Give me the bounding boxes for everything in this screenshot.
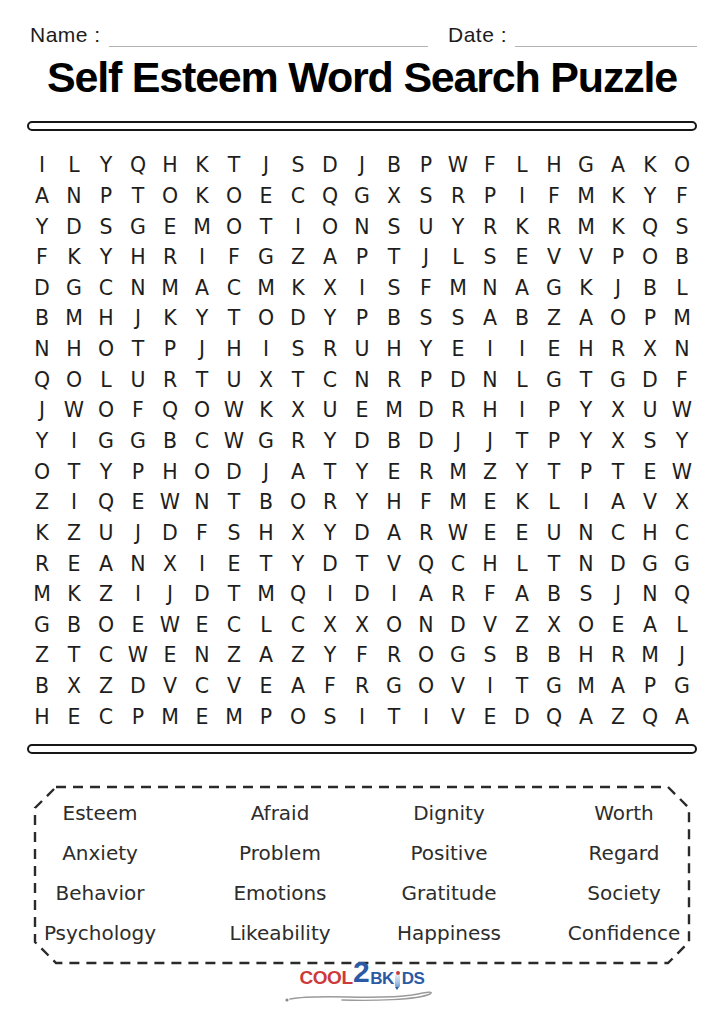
grid-cell[interactable]: Y [442,211,474,242]
grid-cell[interactable]: C [282,609,314,640]
grid-cell[interactable]: G [666,671,698,702]
grid-cell[interactable]: B [250,487,282,518]
grid-cell[interactable]: I [506,334,538,365]
grid-cell[interactable]: S [442,303,474,334]
grid-cell[interactable]: J [346,150,378,181]
grid-cell[interactable]: G [58,273,90,304]
grid-cell[interactable]: O [218,211,250,242]
grid-cell[interactable]: S [314,701,346,732]
grid-cell[interactable]: T [346,548,378,579]
grid-cell[interactable]: Y [314,303,346,334]
grid-cell[interactable]: N [26,334,58,365]
grid-cell[interactable]: Y [410,334,442,365]
grid-cell[interactable]: D [442,609,474,640]
grid-cell[interactable]: Q [666,579,698,610]
grid-cell[interactable]: P [538,395,570,426]
grid-cell[interactable]: U [90,518,122,549]
grid-cell[interactable]: A [378,518,410,549]
grid-cell[interactable]: M [218,701,250,732]
grid-cell[interactable]: Y [314,640,346,671]
grid-cell[interactable]: R [602,334,634,365]
grid-cell[interactable]: E [474,487,506,518]
grid-cell[interactable]: N [346,364,378,395]
grid-cell[interactable]: B [26,303,58,334]
grid-cell[interactable]: D [410,395,442,426]
grid-cell[interactable]: X [154,548,186,579]
grid-cell[interactable]: I [378,579,410,610]
grid-cell[interactable]: J [26,395,58,426]
grid-cell[interactable]: O [186,456,218,487]
grid-cell[interactable]: O [282,701,314,732]
grid-cell[interactable]: S [282,150,314,181]
grid-cell[interactable]: V [570,242,602,273]
grid-cell[interactable]: E [186,701,218,732]
grid-cell[interactable]: H [378,334,410,365]
grid-cell[interactable]: Z [26,640,58,671]
grid-cell[interactable]: L [666,273,698,304]
grid-cell[interactable]: T [218,303,250,334]
grid-cell[interactable]: R [314,487,346,518]
grid-cell[interactable]: G [90,426,122,457]
grid-cell[interactable]: J [122,303,154,334]
grid-cell[interactable]: Z [602,701,634,732]
grid-cell[interactable]: M [26,579,58,610]
grid-cell[interactable]: I [474,671,506,702]
grid-cell[interactable]: P [122,701,154,732]
grid-cell[interactable]: C [186,426,218,457]
grid-cell[interactable]: P [634,303,666,334]
grid-cell[interactable]: R [442,181,474,212]
grid-cell[interactable]: Q [282,579,314,610]
grid-cell[interactable]: I [474,334,506,365]
grid-cell[interactable]: S [474,242,506,273]
grid-cell[interactable]: G [346,181,378,212]
grid-cell[interactable]: P [602,242,634,273]
grid-cell[interactable]: F [474,579,506,610]
grid-cell[interactable]: K [602,181,634,212]
grid-cell[interactable]: D [314,548,346,579]
grid-cell[interactable]: H [122,242,154,273]
grid-cell[interactable]: R [314,334,346,365]
grid-cell[interactable]: U [538,518,570,549]
grid-cell[interactable]: V [154,671,186,702]
grid-cell[interactable]: T [538,456,570,487]
grid-cell[interactable]: R [410,456,442,487]
grid-cell[interactable]: T [218,150,250,181]
grid-cell[interactable]: L [666,609,698,640]
grid-cell[interactable]: A [570,701,602,732]
grid-cell[interactable]: N [666,334,698,365]
grid-cell[interactable]: G [538,273,570,304]
grid-cell[interactable]: A [570,303,602,334]
grid-cell[interactable]: O [634,242,666,273]
grid-cell[interactable]: H [634,518,666,549]
grid-cell[interactable]: G [250,426,282,457]
grid-cell[interactable]: V [218,671,250,702]
grid-cell[interactable]: L [506,364,538,395]
grid-cell[interactable]: O [378,609,410,640]
grid-cell[interactable]: Z [538,303,570,334]
grid-cell[interactable]: D [602,548,634,579]
grid-cell[interactable]: R [26,548,58,579]
grid-cell[interactable]: D [346,579,378,610]
grid-cell[interactable]: U [346,334,378,365]
grid-cell[interactable]: C [186,671,218,702]
grid-cell[interactable]: C [218,273,250,304]
grid-cell[interactable]: O [410,671,442,702]
grid-cell[interactable]: I [26,150,58,181]
grid-cell[interactable]: R [346,671,378,702]
grid-cell[interactable]: T [122,334,154,365]
grid-cell[interactable]: J [410,242,442,273]
grid-cell[interactable]: Y [186,303,218,334]
grid-cell[interactable]: H [58,334,90,365]
grid-cell[interactable]: H [538,150,570,181]
grid-cell[interactable]: R [602,640,634,671]
grid-cell[interactable]: X [314,609,346,640]
grid-cell[interactable]: G [666,548,698,579]
grid-cell[interactable]: Q [410,548,442,579]
grid-cell[interactable]: W [442,150,474,181]
grid-cell[interactable]: R [154,242,186,273]
grid-cell[interactable]: U [122,364,154,395]
grid-cell[interactable]: K [506,487,538,518]
grid-cell[interactable]: D [58,211,90,242]
grid-cell[interactable]: H [90,303,122,334]
grid-cell[interactable]: M [154,273,186,304]
grid-cell[interactable]: B [634,273,666,304]
grid-cell[interactable]: T [378,242,410,273]
grid-cell[interactable]: X [602,395,634,426]
grid-cell[interactable]: G [442,640,474,671]
grid-cell[interactable]: E [154,211,186,242]
grid-cell[interactable]: Y [666,426,698,457]
grid-cell[interactable]: B [378,426,410,457]
grid-cell[interactable]: S [474,640,506,671]
grid-cell[interactable]: H [570,640,602,671]
grid-cell[interactable]: Z [90,579,122,610]
grid-cell[interactable]: M [154,701,186,732]
grid-cell[interactable]: S [410,181,442,212]
grid-cell[interactable]: Y [90,150,122,181]
grid-cell[interactable]: F [666,181,698,212]
grid-cell[interactable]: K [26,518,58,549]
grid-cell[interactable]: I [346,273,378,304]
grid-cell[interactable]: Z [90,671,122,702]
grid-cell[interactable]: H [26,701,58,732]
grid-cell[interactable]: F [122,395,154,426]
grid-cell[interactable]: R [410,518,442,549]
grid-cell[interactable]: S [90,211,122,242]
grid-cell[interactable]: N [122,273,154,304]
grid-cell[interactable]: K [186,181,218,212]
grid-cell[interactable]: G [122,211,154,242]
grid-cell[interactable]: Y [506,456,538,487]
grid-cell[interactable]: B [538,579,570,610]
grid-cell[interactable]: E [634,456,666,487]
grid-cell[interactable]: K [602,211,634,242]
grid-cell[interactable]: G [122,426,154,457]
grid-cell[interactable]: P [410,364,442,395]
grid-cell[interactable]: M [570,671,602,702]
grid-cell[interactable]: D [26,273,58,304]
grid-cell[interactable]: T [218,487,250,518]
grid-cell[interactable]: D [506,701,538,732]
grid-cell[interactable]: K [58,242,90,273]
grid-cell[interactable]: B [378,150,410,181]
grid-cell[interactable]: T [58,456,90,487]
grid-cell[interactable]: R [474,211,506,242]
grid-cell[interactable]: M [442,273,474,304]
grid-cell[interactable]: O [410,640,442,671]
grid-cell[interactable]: X [282,518,314,549]
grid-cell[interactable]: H [218,334,250,365]
grid-cell[interactable]: X [634,334,666,365]
grid-cell[interactable]: Z [218,640,250,671]
grid-cell[interactable]: Z [282,640,314,671]
grid-cell[interactable]: Y [282,548,314,579]
grid-cell[interactable]: G [538,671,570,702]
grid-cell[interactable]: V [442,701,474,732]
grid-cell[interactable]: H [474,395,506,426]
grid-cell[interactable]: H [474,548,506,579]
grid-cell[interactable]: I [186,548,218,579]
grid-cell[interactable]: R [378,364,410,395]
grid-cell[interactable]: X [602,426,634,457]
grid-cell[interactable]: P [634,671,666,702]
grid-cell[interactable]: V [538,242,570,273]
grid-cell[interactable]: Y [26,211,58,242]
grid-cell[interactable]: E [602,609,634,640]
grid-cell[interactable]: E [442,334,474,365]
grid-cell[interactable]: L [538,487,570,518]
grid-cell[interactable]: A [250,640,282,671]
grid-cell[interactable]: W [666,456,698,487]
grid-cell[interactable]: A [186,273,218,304]
grid-cell[interactable]: U [218,364,250,395]
grid-cell[interactable]: G [26,609,58,640]
grid-cell[interactable]: P [346,242,378,273]
grid-cell[interactable]: P [122,456,154,487]
grid-cell[interactable]: K [506,211,538,242]
grid-cell[interactable]: H [378,487,410,518]
grid-cell[interactable]: X [346,609,378,640]
grid-cell[interactable]: P [410,150,442,181]
grid-cell[interactable]: T [570,364,602,395]
grid-cell[interactable]: D [314,150,346,181]
grid-cell[interactable]: C [666,518,698,549]
grid-cell[interactable]: E [58,701,90,732]
grid-cell[interactable]: K [58,579,90,610]
grid-cell[interactable]: C [282,181,314,212]
grid-cell[interactable]: K [186,150,218,181]
grid-cell[interactable]: E [154,640,186,671]
grid-cell[interactable]: Z [506,609,538,640]
grid-cell[interactable]: C [442,548,474,579]
grid-cell[interactable]: D [282,303,314,334]
grid-cell[interactable]: O [666,150,698,181]
grid-cell[interactable]: N [346,211,378,242]
grid-cell[interactable]: E [506,242,538,273]
grid-cell[interactable]: E [474,518,506,549]
grid-cell[interactable]: B [154,426,186,457]
grid-cell[interactable]: K [570,273,602,304]
grid-cell[interactable]: J [602,579,634,610]
grid-cell[interactable]: C [218,609,250,640]
grid-cell[interactable]: I [122,579,154,610]
grid-cell[interactable]: X [58,671,90,702]
grid-cell[interactable]: O [602,303,634,334]
grid-cell[interactable]: M [378,395,410,426]
grid-cell[interactable]: Q [314,181,346,212]
grid-cell[interactable]: O [90,334,122,365]
grid-cell[interactable]: Y [90,242,122,273]
grid-cell[interactable]: F [474,150,506,181]
grid-cell[interactable]: S [570,579,602,610]
grid-cell[interactable]: P [154,334,186,365]
grid-cell[interactable]: T [314,456,346,487]
grid-cell[interactable]: B [666,242,698,273]
grid-cell[interactable]: Z [26,487,58,518]
grid-cell[interactable]: A [602,487,634,518]
grid-cell[interactable]: A [410,579,442,610]
grid-cell[interactable]: T [186,364,218,395]
grid-cell[interactable]: E [346,395,378,426]
name-write-line[interactable] [109,22,428,47]
date-write-line[interactable] [515,22,697,47]
grid-cell[interactable]: T [250,211,282,242]
grid-cell[interactable]: M [634,640,666,671]
grid-cell[interactable]: O [58,364,90,395]
grid-cell[interactable]: V [474,609,506,640]
grid-cell[interactable]: Q [90,487,122,518]
grid-cell[interactable]: Y [634,181,666,212]
grid-cell[interactable]: C [314,364,346,395]
grid-cell[interactable]: N [570,548,602,579]
grid-cell[interactable]: I [506,395,538,426]
grid-cell[interactable]: Q [634,701,666,732]
grid-cell[interactable]: R [154,364,186,395]
grid-cell[interactable]: N [58,181,90,212]
grid-cell[interactable]: S [378,211,410,242]
grid-cell[interactable]: S [218,518,250,549]
grid-cell[interactable]: E [250,181,282,212]
grid-cell[interactable]: J [250,150,282,181]
grid-cell[interactable]: G [250,242,282,273]
grid-cell[interactable]: L [250,609,282,640]
grid-cell[interactable]: F [538,181,570,212]
grid-cell[interactable]: I [570,487,602,518]
grid-cell[interactable]: J [602,273,634,304]
grid-cell[interactable]: C [602,518,634,549]
grid-cell[interactable]: D [410,426,442,457]
grid-cell[interactable]: D [634,364,666,395]
grid-cell[interactable]: N [634,579,666,610]
grid-cell[interactable]: D [218,456,250,487]
grid-cell[interactable]: N [570,518,602,549]
grid-cell[interactable]: G [602,364,634,395]
grid-cell[interactable]: A [282,456,314,487]
grid-cell[interactable]: F [410,487,442,518]
grid-cell[interactable]: M [58,303,90,334]
grid-cell[interactable]: D [346,518,378,549]
grid-cell[interactable]: P [346,303,378,334]
grid-cell[interactable]: M [186,211,218,242]
grid-cell[interactable]: G [634,548,666,579]
grid-cell[interactable]: A [506,273,538,304]
grid-cell[interactable]: L [90,364,122,395]
grid-cell[interactable]: O [218,181,250,212]
grid-cell[interactable]: F [666,364,698,395]
grid-cell[interactable]: F [186,518,218,549]
grid-cell[interactable]: P [90,181,122,212]
grid-cell[interactable]: B [26,671,58,702]
grid-cell[interactable]: Y [90,456,122,487]
grid-cell[interactable]: I [410,701,442,732]
grid-cell[interactable]: A [506,579,538,610]
grid-cell[interactable]: T [378,701,410,732]
grid-cell[interactable]: W [122,640,154,671]
grid-cell[interactable]: V [634,487,666,518]
grid-cell[interactable]: N [474,273,506,304]
grid-cell[interactable]: A [26,181,58,212]
grid-cell[interactable]: I [58,487,90,518]
grid-cell[interactable]: T [122,181,154,212]
grid-cell[interactable]: K [634,150,666,181]
grid-cell[interactable]: K [154,303,186,334]
grid-cell[interactable]: A [634,609,666,640]
grid-cell[interactable]: D [186,579,218,610]
grid-cell[interactable]: B [378,303,410,334]
grid-cell[interactable]: I [58,426,90,457]
grid-cell[interactable]: M [442,456,474,487]
grid-cell[interactable]: A [602,150,634,181]
grid-cell[interactable]: Y [570,395,602,426]
grid-cell[interactable]: L [506,150,538,181]
grid-cell[interactable]: T [58,640,90,671]
grid-cell[interactable]: R [538,211,570,242]
grid-cell[interactable]: S [666,211,698,242]
grid-cell[interactable]: S [378,273,410,304]
grid-cell[interactable]: P [570,456,602,487]
grid-cell[interactable]: A [666,701,698,732]
grid-cell[interactable]: O [570,609,602,640]
grid-cell[interactable]: Z [58,518,90,549]
grid-cell[interactable]: I [186,242,218,273]
grid-cell[interactable]: B [538,640,570,671]
grid-cell[interactable]: A [314,242,346,273]
grid-cell[interactable]: T [602,456,634,487]
grid-cell[interactable]: W [58,395,90,426]
grid-cell[interactable]: F [314,671,346,702]
grid-cell[interactable]: P [538,426,570,457]
grid-cell[interactable]: T [506,671,538,702]
grid-cell[interactable]: T [218,579,250,610]
grid-cell[interactable]: F [26,242,58,273]
grid-cell[interactable]: K [250,395,282,426]
grid-cell[interactable]: C [90,273,122,304]
grid-cell[interactable]: J [186,334,218,365]
grid-cell[interactable]: W [218,426,250,457]
grid-cell[interactable]: D [442,364,474,395]
grid-cell[interactable]: M [250,579,282,610]
grid-cell[interactable]: E [538,334,570,365]
grid-cell[interactable]: J [122,518,154,549]
grid-cell[interactable]: J [474,426,506,457]
grid-cell[interactable]: G [378,671,410,702]
grid-cell[interactable]: O [90,609,122,640]
grid-cell[interactable]: X [250,364,282,395]
